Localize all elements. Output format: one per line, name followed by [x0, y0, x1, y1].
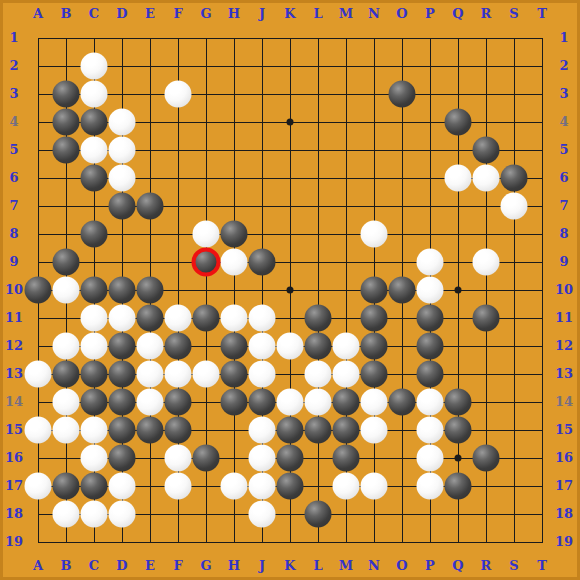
row-label-left-11: 11: [5, 311, 23, 325]
stone-black-E7[interactable]: [137, 193, 164, 220]
stone-white-P15[interactable]: [417, 417, 444, 444]
stone-white-J15[interactable]: [249, 417, 276, 444]
stone-black-O3[interactable]: [389, 81, 416, 108]
stone-black-F14[interactable]: [165, 389, 192, 416]
star-point-Q16: [455, 455, 462, 462]
stone-black-N11[interactable]: [361, 305, 388, 332]
col-label-top-D: D: [116, 7, 127, 21]
stone-black-F15[interactable]: [165, 417, 192, 444]
stone-black-H8[interactable]: [221, 221, 248, 248]
stone-white-P16[interactable]: [417, 445, 444, 472]
stone-white-F3[interactable]: [165, 81, 192, 108]
stone-white-B18[interactable]: [53, 501, 80, 528]
stone-black-O14[interactable]: [389, 389, 416, 416]
stone-black-G11[interactable]: [193, 305, 220, 332]
col-label-bottom-G: G: [200, 559, 211, 573]
stone-white-D11[interactable]: [109, 305, 136, 332]
row-label-right-2: 2: [559, 59, 568, 73]
col-label-bottom-R: R: [481, 559, 492, 573]
col-label-bottom-K: K: [284, 559, 295, 573]
stone-black-J14[interactable]: [249, 389, 276, 416]
stone-black-C10[interactable]: [81, 277, 108, 304]
stone-black-A10[interactable]: [25, 277, 52, 304]
stone-black-J9[interactable]: [249, 249, 276, 276]
col-label-bottom-H: H: [228, 559, 240, 573]
stone-white-F16[interactable]: [165, 445, 192, 472]
stone-white-L14[interactable]: [305, 389, 332, 416]
stone-white-H17[interactable]: [221, 473, 248, 500]
col-label-top-F: F: [173, 7, 182, 21]
row-label-right-13: 13: [555, 367, 573, 381]
row-label-left-12: 12: [5, 339, 23, 353]
stone-black-E10[interactable]: [137, 277, 164, 304]
row-label-right-17: 17: [555, 479, 573, 493]
stone-black-D10[interactable]: [109, 277, 136, 304]
col-label-top-M: M: [339, 7, 353, 21]
star-point-Q10: [455, 287, 462, 294]
stone-black-Q15[interactable]: [445, 417, 472, 444]
stone-white-B14[interactable]: [53, 389, 80, 416]
col-label-bottom-O: O: [396, 559, 407, 573]
stone-white-C2[interactable]: [81, 53, 108, 80]
stone-white-B15[interactable]: [53, 417, 80, 444]
row-label-left-17: 17: [5, 479, 23, 493]
stone-black-C4[interactable]: [81, 109, 108, 136]
stone-white-C5[interactable]: [81, 137, 108, 164]
star-point-K10: [287, 287, 294, 294]
stone-white-J18[interactable]: [249, 501, 276, 528]
col-label-top-Q: Q: [452, 7, 463, 21]
stone-black-P12[interactable]: [417, 333, 444, 360]
stone-black-C6[interactable]: [81, 165, 108, 192]
col-label-top-E: E: [145, 7, 155, 21]
stone-black-R16[interactable]: [473, 445, 500, 472]
col-label-top-G: G: [200, 7, 211, 21]
stone-white-L13[interactable]: [305, 361, 332, 388]
stone-black-C14[interactable]: [81, 389, 108, 416]
stone-black-K17[interactable]: [277, 473, 304, 500]
row-label-left-19: 19: [5, 535, 23, 549]
stone-white-G13[interactable]: [193, 361, 220, 388]
stone-black-L11[interactable]: [305, 305, 332, 332]
col-label-top-B: B: [61, 7, 72, 21]
stone-black-L12[interactable]: [305, 333, 332, 360]
stone-white-D5[interactable]: [109, 137, 136, 164]
row-label-left-9: 9: [9, 255, 18, 269]
col-label-top-S: S: [509, 7, 518, 21]
col-label-bottom-J: J: [259, 559, 265, 573]
stone-black-Q14[interactable]: [445, 389, 472, 416]
stone-black-P13[interactable]: [417, 361, 444, 388]
row-label-left-4: 4: [9, 115, 18, 129]
stone-white-J13[interactable]: [249, 361, 276, 388]
stone-black-O10[interactable]: [389, 277, 416, 304]
stone-black-L15[interactable]: [305, 417, 332, 444]
col-label-bottom-S: S: [509, 559, 518, 573]
row-label-right-6: 6: [559, 171, 568, 185]
stone-black-Q17[interactable]: [445, 473, 472, 500]
stone-black-D7[interactable]: [109, 193, 136, 220]
row-label-left-18: 18: [5, 507, 23, 521]
stone-black-P11[interactable]: [417, 305, 444, 332]
col-label-bottom-D: D: [116, 559, 127, 573]
col-label-bottom-B: B: [61, 559, 72, 573]
stone-white-C3[interactable]: [81, 81, 108, 108]
col-label-bottom-M: M: [339, 559, 353, 573]
stone-black-D12[interactable]: [109, 333, 136, 360]
row-label-right-14: 14: [555, 395, 573, 409]
stone-black-E15[interactable]: [137, 417, 164, 444]
stone-white-A17[interactable]: [25, 473, 52, 500]
stone-white-Q6[interactable]: [445, 165, 472, 192]
stone-white-A13[interactable]: [25, 361, 52, 388]
stone-black-B3[interactable]: [53, 81, 80, 108]
stone-white-F13[interactable]: [165, 361, 192, 388]
stone-black-G16[interactable]: [193, 445, 220, 472]
col-label-top-T: T: [537, 7, 547, 21]
col-label-bottom-N: N: [368, 559, 380, 573]
row-label-right-10: 10: [555, 283, 573, 297]
row-label-left-13: 13: [5, 367, 23, 381]
stone-white-C18[interactable]: [81, 501, 108, 528]
col-label-top-C: C: [89, 7, 99, 21]
stone-white-E14[interactable]: [137, 389, 164, 416]
row-label-right-18: 18: [555, 507, 573, 521]
row-label-left-8: 8: [9, 227, 18, 241]
stone-white-E13[interactable]: [137, 361, 164, 388]
stone-white-B12[interactable]: [53, 333, 80, 360]
stone-black-L18[interactable]: [305, 501, 332, 528]
stone-white-M13[interactable]: [333, 361, 360, 388]
row-label-left-15: 15: [5, 423, 23, 437]
stone-black-E11[interactable]: [137, 305, 164, 332]
stone-white-H11[interactable]: [221, 305, 248, 332]
stone-white-P10[interactable]: [417, 277, 444, 304]
row-label-right-8: 8: [559, 227, 568, 241]
stone-white-C12[interactable]: [81, 333, 108, 360]
stone-black-K16[interactable]: [277, 445, 304, 472]
stone-black-C13[interactable]: [81, 361, 108, 388]
stone-black-D14[interactable]: [109, 389, 136, 416]
stone-white-R9[interactable]: [473, 249, 500, 276]
stone-white-M17[interactable]: [333, 473, 360, 500]
go-board-app: AABBCCDDEEFFGGHHJJKKLLMMNNOOPPQQRRSSTT11…: [0, 0, 580, 580]
stone-white-D18[interactable]: [109, 501, 136, 528]
stone-white-J12[interactable]: [249, 333, 276, 360]
row-label-left-5: 5: [9, 143, 18, 157]
col-label-bottom-F: F: [173, 559, 182, 573]
stone-white-P9[interactable]: [417, 249, 444, 276]
col-label-top-K: K: [284, 7, 295, 21]
stone-black-F12[interactable]: [165, 333, 192, 360]
stone-white-C16[interactable]: [81, 445, 108, 472]
stone-white-N8[interactable]: [361, 221, 388, 248]
stone-white-N17[interactable]: [361, 473, 388, 500]
stone-black-B13[interactable]: [53, 361, 80, 388]
col-label-top-A: A: [33, 7, 43, 21]
stone-white-D17[interactable]: [109, 473, 136, 500]
stone-black-D16[interactable]: [109, 445, 136, 472]
stone-white-P14[interactable]: [417, 389, 444, 416]
stone-white-N15[interactable]: [361, 417, 388, 444]
stone-black-N13[interactable]: [361, 361, 388, 388]
stone-white-J11[interactable]: [249, 305, 276, 332]
stone-black-H13[interactable]: [221, 361, 248, 388]
stone-black-N12[interactable]: [361, 333, 388, 360]
stone-white-B10[interactable]: [53, 277, 80, 304]
stone-black-M16[interactable]: [333, 445, 360, 472]
stone-white-G8[interactable]: [193, 221, 220, 248]
row-label-right-11: 11: [555, 311, 573, 325]
row-label-left-6: 6: [9, 171, 18, 185]
row-label-right-5: 5: [559, 143, 568, 157]
stone-black-N10[interactable]: [361, 277, 388, 304]
stone-black-C17[interactable]: [81, 473, 108, 500]
stone-white-D6[interactable]: [109, 165, 136, 192]
col-label-top-O: O: [396, 7, 407, 21]
stone-white-D4[interactable]: [109, 109, 136, 136]
row-label-right-3: 3: [559, 87, 568, 101]
stone-white-A15[interactable]: [25, 417, 52, 444]
row-label-right-4: 4: [559, 115, 568, 129]
stone-white-E12[interactable]: [137, 333, 164, 360]
stone-black-B9[interactable]: [53, 249, 80, 276]
col-label-bottom-P: P: [425, 559, 435, 573]
stone-white-C11[interactable]: [81, 305, 108, 332]
row-label-left-2: 2: [9, 59, 18, 73]
stone-black-D13[interactable]: [109, 361, 136, 388]
stone-black-C8[interactable]: [81, 221, 108, 248]
stone-white-N14[interactable]: [361, 389, 388, 416]
col-label-bottom-C: C: [89, 559, 99, 573]
stone-white-C15[interactable]: [81, 417, 108, 444]
stone-white-K12[interactable]: [277, 333, 304, 360]
col-label-bottom-T: T: [537, 559, 547, 573]
row-label-left-10: 10: [5, 283, 23, 297]
stone-white-K14[interactable]: [277, 389, 304, 416]
stone-black-B4[interactable]: [53, 109, 80, 136]
stone-black-H14[interactable]: [221, 389, 248, 416]
stone-black-S6[interactable]: [501, 165, 528, 192]
col-label-top-H: H: [228, 7, 240, 21]
row-label-right-19: 19: [555, 535, 573, 549]
col-label-top-J: J: [259, 7, 265, 21]
stone-black-D15[interactable]: [109, 417, 136, 444]
col-label-bottom-Q: Q: [452, 559, 463, 573]
stone-white-S7[interactable]: [501, 193, 528, 220]
stone-white-M12[interactable]: [333, 333, 360, 360]
col-label-bottom-A: A: [33, 559, 43, 573]
row-label-left-14: 14: [5, 395, 23, 409]
col-label-bottom-E: E: [145, 559, 155, 573]
stone-black-R5[interactable]: [473, 137, 500, 164]
stone-white-J17[interactable]: [249, 473, 276, 500]
row-label-right-12: 12: [555, 339, 573, 353]
row-label-left-16: 16: [5, 451, 23, 465]
stone-white-R6[interactable]: [473, 165, 500, 192]
stone-white-J16[interactable]: [249, 445, 276, 472]
row-label-right-7: 7: [559, 199, 568, 213]
stone-black-Q4[interactable]: [445, 109, 472, 136]
stone-black-B5[interactable]: [53, 137, 80, 164]
stone-white-F17[interactable]: [165, 473, 192, 500]
star-point-K4: [287, 119, 294, 126]
col-label-top-N: N: [368, 7, 380, 21]
stone-black-H12[interactable]: [221, 333, 248, 360]
stone-black-K15[interactable]: [277, 417, 304, 444]
row-label-left-3: 3: [9, 87, 18, 101]
col-label-bottom-L: L: [313, 559, 322, 573]
row-label-right-9: 9: [559, 255, 568, 269]
row-label-right-1: 1: [559, 31, 568, 45]
col-label-top-P: P: [425, 7, 435, 21]
stone-black-R11[interactable]: [473, 305, 500, 332]
row-label-right-15: 15: [555, 423, 573, 437]
stone-black-M15[interactable]: [333, 417, 360, 444]
stone-black-M14[interactable]: [333, 389, 360, 416]
row-label-left-7: 7: [9, 199, 18, 213]
stone-white-F11[interactable]: [165, 305, 192, 332]
stone-white-P17[interactable]: [417, 473, 444, 500]
row-label-right-16: 16: [555, 451, 573, 465]
last-move-marker: [192, 248, 221, 277]
col-label-top-R: R: [481, 7, 492, 21]
row-label-left-1: 1: [9, 31, 18, 45]
col-label-top-L: L: [313, 7, 322, 21]
stone-white-H9[interactable]: [221, 249, 248, 276]
stone-black-B17[interactable]: [53, 473, 80, 500]
